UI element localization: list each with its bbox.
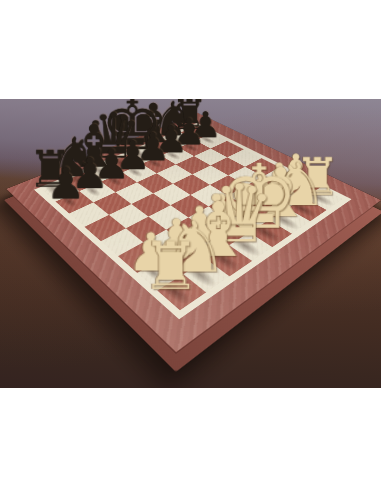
black-pawn-icon: ♟	[19, 162, 112, 205]
board-face: ♜♞♝♚♛♝♞♜♟♟♟♟♟♟♟♟♟♟♟♟♟♟♟♟♜♞♝♚♛♝♞♜	[6, 113, 380, 352]
photo-chess-scene: ♜♞♝♚♛♝♞♜♟♟♟♟♟♟♟♟♟♟♟♟♟♟♟♟♜♞♝♚♛♝♞♜	[0, 99, 381, 388]
white-rook-icon: ♜	[111, 233, 229, 299]
chess-board: ♜♞♝♚♛♝♞♜♟♟♟♟♟♟♟♟♟♟♟♟♟♟♟♟♜♞♝♚♛♝♞♜	[6, 113, 380, 352]
